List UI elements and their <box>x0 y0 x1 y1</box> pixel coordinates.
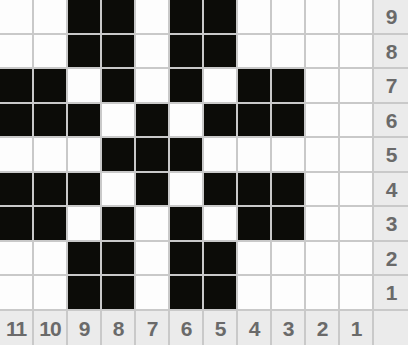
pattern-cell-2x9-empty[interactable] <box>306 0 340 35</box>
pattern-cell-6x1-filled[interactable] <box>170 276 204 311</box>
pattern-cell-5x6-filled[interactable] <box>204 104 238 139</box>
row-label: 9 <box>374 0 408 35</box>
pattern-cell-6x8-filled[interactable] <box>170 35 204 70</box>
pattern-cell-10x6-filled[interactable] <box>34 104 68 139</box>
pattern-cell-6x5-filled[interactable] <box>170 138 204 173</box>
column-label: 6 <box>170 311 204 345</box>
pattern-cell-6x2-filled[interactable] <box>170 242 204 277</box>
pattern-cell-3x5-empty[interactable] <box>272 138 306 173</box>
pattern-cell-3x6-filled[interactable] <box>272 104 306 139</box>
pattern-cell-6x3-filled[interactable] <box>170 207 204 242</box>
pattern-cell-9x3-empty[interactable] <box>68 207 102 242</box>
pattern-cell-6x4-empty[interactable] <box>170 173 204 208</box>
pattern-cell-11x7-filled[interactable] <box>0 69 34 104</box>
pattern-cell-5x2-filled[interactable] <box>204 242 238 277</box>
pattern-cell-10x3-filled[interactable] <box>34 207 68 242</box>
pattern-cell-3x1-empty[interactable] <box>272 276 306 311</box>
column-label: 3 <box>272 311 306 345</box>
pattern-cell-5x9-filled[interactable] <box>204 0 238 35</box>
corner-cell <box>374 311 408 345</box>
pattern-cell-5x8-filled[interactable] <box>204 35 238 70</box>
pattern-cell-3x4-filled[interactable] <box>272 173 306 208</box>
pattern-cell-9x6-filled[interactable] <box>68 104 102 139</box>
pattern-cell-10x7-filled[interactable] <box>34 69 68 104</box>
pattern-cell-5x4-filled[interactable] <box>204 173 238 208</box>
pattern-cell-4x9-empty[interactable] <box>238 0 272 35</box>
pattern-cell-5x7-empty[interactable] <box>204 69 238 104</box>
pattern-cell-9x8-filled[interactable] <box>68 35 102 70</box>
pattern-cell-1x7-empty[interactable] <box>340 69 374 104</box>
pattern-cell-3x7-filled[interactable] <box>272 69 306 104</box>
pattern-cell-4x4-filled[interactable] <box>238 173 272 208</box>
pattern-cell-7x8-empty[interactable] <box>136 35 170 70</box>
row-label: 6 <box>374 104 408 139</box>
pattern-cell-2x3-empty[interactable] <box>306 207 340 242</box>
row-label: 7 <box>374 69 408 104</box>
pattern-cell-4x3-filled[interactable] <box>238 207 272 242</box>
pattern-cell-7x7-empty[interactable] <box>136 69 170 104</box>
pattern-cell-4x7-filled[interactable] <box>238 69 272 104</box>
row-label: 8 <box>374 35 408 70</box>
column-label: 4 <box>238 311 272 345</box>
row-label: 2 <box>374 242 408 277</box>
pattern-cell-5x5-empty[interactable] <box>204 138 238 173</box>
pattern-cell-1x5-empty[interactable] <box>340 138 374 173</box>
pattern-cell-1x3-empty[interactable] <box>340 207 374 242</box>
pattern-cell-1x6-empty[interactable] <box>340 104 374 139</box>
row-label: 1 <box>374 276 408 311</box>
pattern-cell-7x3-empty[interactable] <box>136 207 170 242</box>
pattern-cell-7x6-filled[interactable] <box>136 104 170 139</box>
column-label: 8 <box>102 311 136 345</box>
pattern-cell-9x7-empty[interactable] <box>68 69 102 104</box>
pattern-cell-5x3-empty[interactable] <box>204 207 238 242</box>
pattern-cell-11x5-empty[interactable] <box>0 138 34 173</box>
pattern-cell-10x4-filled[interactable] <box>34 173 68 208</box>
pattern-cell-7x9-empty[interactable] <box>136 0 170 35</box>
pattern-cell-10x1-empty[interactable] <box>34 276 68 311</box>
pattern-cell-8x3-filled[interactable] <box>102 207 136 242</box>
pattern-cell-6x7-filled[interactable] <box>170 69 204 104</box>
pattern-cell-11x1-empty[interactable] <box>0 276 34 311</box>
pattern-cell-8x1-filled[interactable] <box>102 276 136 311</box>
pattern-cell-8x2-filled[interactable] <box>102 242 136 277</box>
column-label: 10 <box>34 311 68 345</box>
pattern-cell-10x8-empty[interactable] <box>34 35 68 70</box>
pattern-cell-3x3-filled[interactable] <box>272 207 306 242</box>
pattern-cell-7x2-empty[interactable] <box>136 242 170 277</box>
pattern-cell-9x2-filled[interactable] <box>68 242 102 277</box>
pattern-cell-5x1-filled[interactable] <box>204 276 238 311</box>
pattern-cell-11x9-empty[interactable] <box>0 0 34 35</box>
pattern-cell-1x4-empty[interactable] <box>340 173 374 208</box>
pattern-cell-11x8-empty[interactable] <box>0 35 34 70</box>
row-label: 4 <box>374 173 408 208</box>
pattern-cell-3x9-empty[interactable] <box>272 0 306 35</box>
pattern-cell-1x1-empty[interactable] <box>340 276 374 311</box>
pattern-cell-4x6-filled[interactable] <box>238 104 272 139</box>
pattern-cell-8x9-filled[interactable] <box>102 0 136 35</box>
pattern-cell-8x7-filled[interactable] <box>102 69 136 104</box>
pattern-cell-2x8-empty[interactable] <box>306 35 340 70</box>
pattern-cell-10x9-empty[interactable] <box>34 0 68 35</box>
pattern-cell-2x5-empty[interactable] <box>306 138 340 173</box>
pattern-cell-1x8-empty[interactable] <box>340 35 374 70</box>
pattern-cell-6x6-empty[interactable] <box>170 104 204 139</box>
pattern-cell-8x4-empty[interactable] <box>102 173 136 208</box>
pattern-cell-9x4-filled[interactable] <box>68 173 102 208</box>
pattern-cell-11x4-filled[interactable] <box>0 173 34 208</box>
weaving-pattern-board: 9876543211110987654321 <box>0 0 408 345</box>
row-label: 5 <box>374 138 408 173</box>
pattern-cell-7x5-filled[interactable] <box>136 138 170 173</box>
pattern-cell-7x1-empty[interactable] <box>136 276 170 311</box>
pattern-cell-3x8-empty[interactable] <box>272 35 306 70</box>
pattern-cell-2x6-empty[interactable] <box>306 104 340 139</box>
pattern-cell-7x4-filled[interactable] <box>136 173 170 208</box>
pattern-cell-8x8-filled[interactable] <box>102 35 136 70</box>
pattern-cell-2x2-empty[interactable] <box>306 242 340 277</box>
pattern-cell-8x5-filled[interactable] <box>102 138 136 173</box>
pattern-cell-8x6-empty[interactable] <box>102 104 136 139</box>
pattern-cell-4x5-empty[interactable] <box>238 138 272 173</box>
column-label: 9 <box>68 311 102 345</box>
pattern-cell-10x5-empty[interactable] <box>34 138 68 173</box>
pattern-cell-3x2-empty[interactable] <box>272 242 306 277</box>
column-label: 2 <box>306 311 340 345</box>
pattern-cell-4x1-empty[interactable] <box>238 276 272 311</box>
row-label: 3 <box>374 207 408 242</box>
pattern-cell-11x2-empty[interactable] <box>0 242 34 277</box>
pattern-cell-9x1-filled[interactable] <box>68 276 102 311</box>
pattern-cell-4x8-empty[interactable] <box>238 35 272 70</box>
pattern-cell-9x5-empty[interactable] <box>68 138 102 173</box>
pattern-cell-11x3-filled[interactable] <box>0 207 34 242</box>
pattern-cell-9x9-filled[interactable] <box>68 0 102 35</box>
pattern-cell-4x2-empty[interactable] <box>238 242 272 277</box>
pattern-cell-1x9-empty[interactable] <box>340 0 374 35</box>
column-label: 7 <box>136 311 170 345</box>
pattern-cell-6x9-filled[interactable] <box>170 0 204 35</box>
pattern-cell-1x2-empty[interactable] <box>340 242 374 277</box>
pattern-cell-2x1-empty[interactable] <box>306 276 340 311</box>
pattern-cell-11x6-filled[interactable] <box>0 104 34 139</box>
pattern-cell-2x4-empty[interactable] <box>306 173 340 208</box>
column-label: 11 <box>0 311 34 345</box>
pattern-cell-2x7-empty[interactable] <box>306 69 340 104</box>
column-label: 5 <box>204 311 238 345</box>
pattern-cell-10x2-empty[interactable] <box>34 242 68 277</box>
column-label: 1 <box>340 311 374 345</box>
